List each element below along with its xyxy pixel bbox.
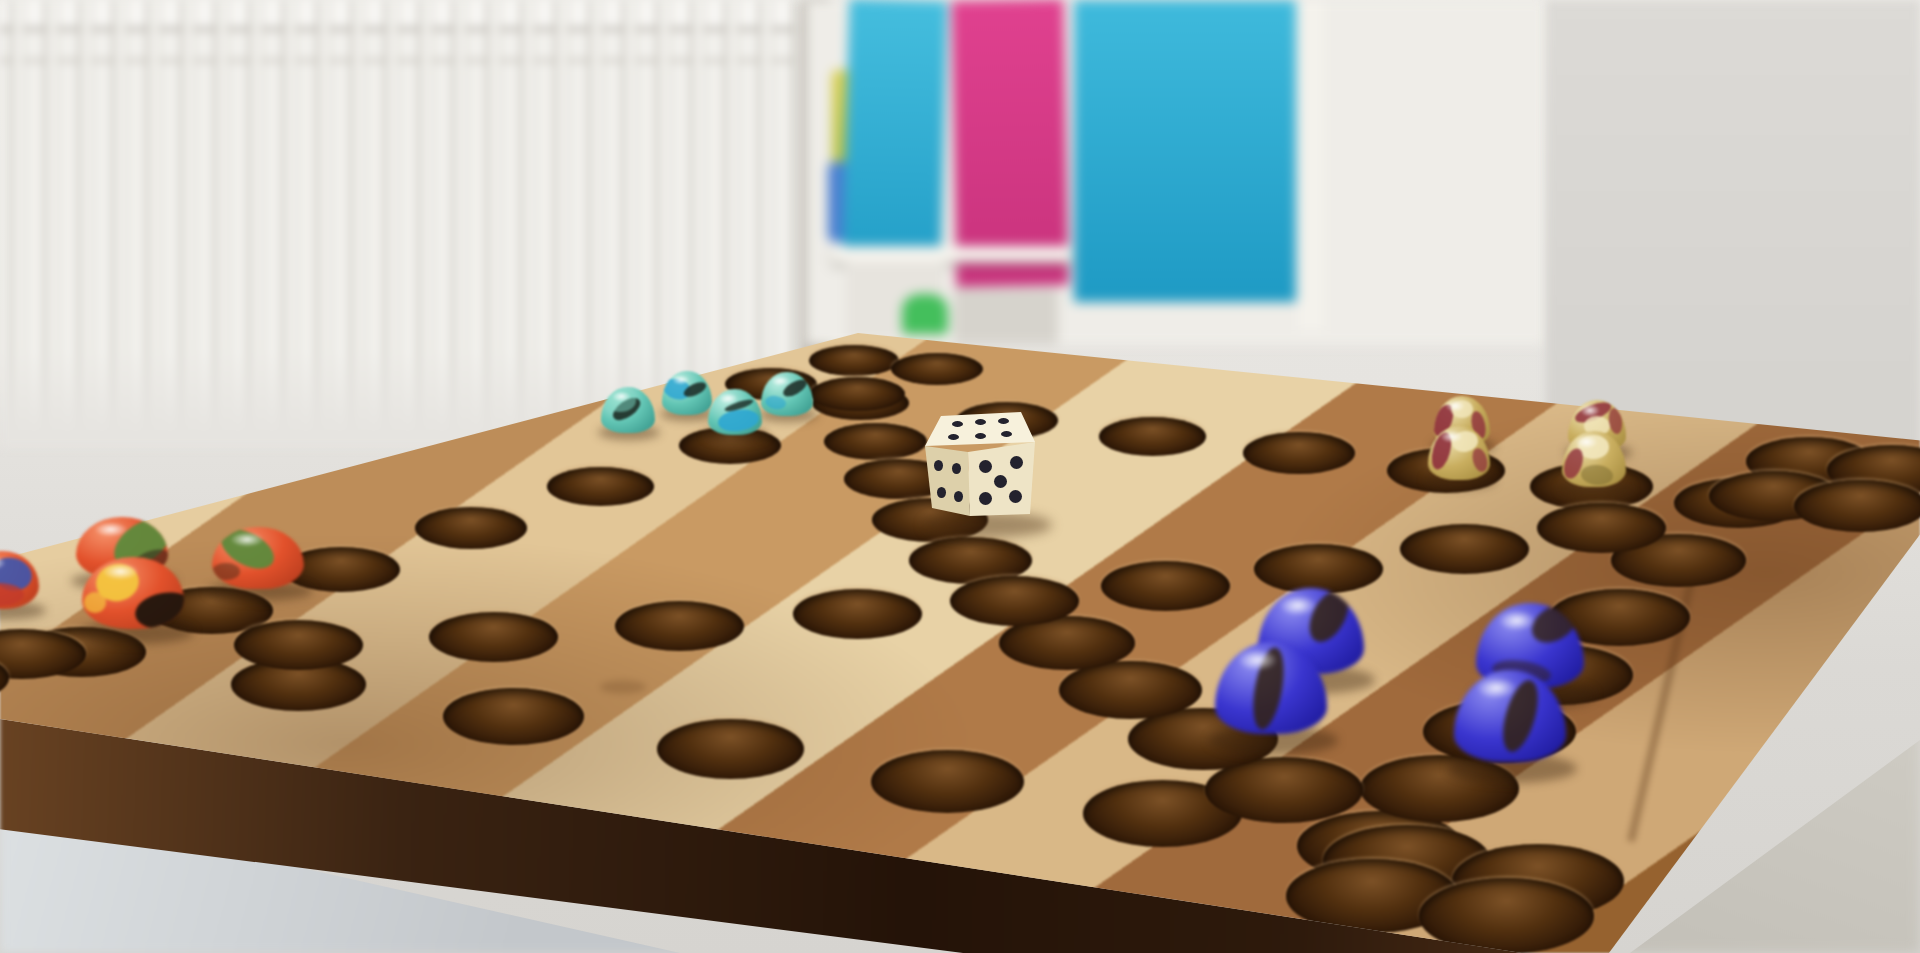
die[interactable] [920,408,1040,526]
die-pip [948,434,959,440]
board-hole-track[interactable] [1099,417,1206,456]
fabric-box-pink [952,0,1069,287]
fabric-box-cyan-right [1074,0,1296,302]
toy-green [902,294,948,334]
marble-highlight [1440,430,1462,443]
board-hole-home[interactable] [1254,544,1383,594]
board-hole-track[interactable] [1243,432,1355,474]
marble-highlight [612,391,631,402]
die-pip [975,419,986,425]
board-hole-start-turquoise[interactable] [891,353,983,385]
marble-highlight [1476,677,1516,699]
board-hole-home[interactable] [234,620,363,670]
board-hole-track[interactable] [871,750,1024,813]
board-hole-home[interactable] [1059,661,1202,719]
marble-swirl [1470,446,1489,473]
marble-swirl [716,407,759,433]
marble-highlight [719,393,738,404]
die-pip [934,460,943,471]
die-pip [952,421,963,427]
fabric-box-cyan-left [843,0,948,261]
board-hole-home[interactable] [615,601,744,651]
shelf-lower-box [954,288,1058,344]
board-hole-track[interactable] [443,688,584,745]
marble-highlight [102,563,139,580]
shelf-board [832,246,1070,262]
marble-highlight [771,376,790,387]
marble-highlight [1580,404,1601,416]
marble-highlight [672,375,690,386]
die-pip [979,492,992,505]
marble-swirl [84,592,106,614]
die-pip [1009,490,1022,503]
shelf-unit [806,0,1546,345]
board-hole-track[interactable] [415,507,527,549]
marble-swirl [1580,463,1614,485]
wood-knot [600,680,646,694]
marble-highlight [1575,435,1598,448]
die-pip [998,418,1009,424]
die-pip [1010,456,1023,469]
die-pip [975,433,986,439]
shelf-side-panel [1298,0,1324,330]
board-hole-home[interactable] [824,423,927,460]
board-hole-center[interactable] [950,576,1079,626]
board-hole-home[interactable] [429,612,558,662]
die-pip [937,487,946,498]
die-pip [1001,431,1012,437]
board-hole-home[interactable] [1537,503,1666,553]
board-hole-track[interactable] [547,467,654,506]
board-hole-start-turquoise[interactable] [810,377,905,411]
board-hole-track[interactable] [657,719,804,779]
marble-highlight [230,532,263,547]
marble-highlight [1498,610,1537,631]
marble-highlight [94,522,127,537]
board-game-photo [0,0,1920,953]
die-pip [979,460,992,473]
marble-swirl [764,394,787,411]
marble-highlight [1279,595,1317,616]
board-hole-start-yellow[interactable] [1794,480,1920,532]
board-hole-home[interactable] [793,589,922,639]
board-hole-start-turquoise[interactable] [809,345,899,376]
die-pip [954,491,963,502]
die-pip [994,475,1007,488]
board-hole-home[interactable] [1101,561,1230,611]
board-hole-home[interactable] [1400,524,1529,574]
die-pip [952,463,961,474]
